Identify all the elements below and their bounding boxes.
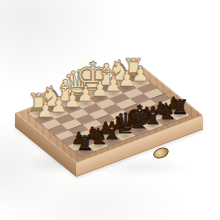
brand-emblem-icon <box>152 146 170 161</box>
product-photo-scene: ♜♞♝♛♚♝♞♜♟♟♟♟♟♟♟♟♟♟♟♟♟♟♟♟♜♞♝♛♚♝♞♜ <box>0 0 220 220</box>
square-r7c7: ♜ <box>170 110 190 121</box>
black-rook: ♜ <box>171 97 189 117</box>
white-pawn: ♟ <box>131 64 150 85</box>
